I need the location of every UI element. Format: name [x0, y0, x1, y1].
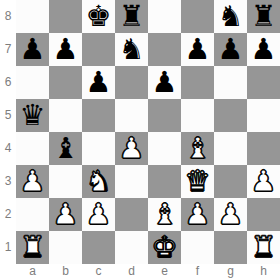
- square-b6[interactable]: [49, 66, 82, 99]
- square-b2[interactable]: ♟: [49, 198, 82, 231]
- square-d8[interactable]: ♜: [115, 0, 148, 33]
- square-a2[interactable]: [16, 198, 49, 231]
- square-d1[interactable]: [115, 231, 148, 264]
- black-rook-d8[interactable]: ♜: [115, 0, 148, 33]
- square-d7[interactable]: ♞: [115, 33, 148, 66]
- square-f7[interactable]: ♟: [181, 33, 214, 66]
- black-king-c8[interactable]: ♚: [82, 0, 115, 33]
- rank-label-8: 8: [0, 0, 16, 33]
- square-e5[interactable]: [148, 99, 181, 132]
- square-e4[interactable]: [148, 132, 181, 165]
- square-h3[interactable]: ♟: [247, 165, 280, 198]
- black-pawn-e6[interactable]: ♟: [148, 66, 181, 99]
- square-h1[interactable]: ♜: [247, 231, 280, 264]
- white-rook-a1[interactable]: ♜: [16, 231, 49, 264]
- black-pawn-a7[interactable]: ♟: [16, 33, 49, 66]
- rank-label-1: 1: [0, 231, 16, 264]
- square-e3[interactable]: [148, 165, 181, 198]
- square-g2[interactable]: ♟: [214, 198, 247, 231]
- square-g8[interactable]: ♞: [214, 0, 247, 33]
- white-pawn-f2[interactable]: ♟: [181, 198, 214, 231]
- square-a4[interactable]: [16, 132, 49, 165]
- rank-label-3: 3: [0, 165, 16, 198]
- black-pawn-g7[interactable]: ♟: [214, 33, 247, 66]
- file-label-e: e: [148, 264, 181, 280]
- file-labels: abcdefgh: [16, 264, 280, 280]
- square-h8[interactable]: ♜: [247, 0, 280, 33]
- square-d2[interactable]: [115, 198, 148, 231]
- black-rook-h8[interactable]: ♜: [247, 0, 280, 33]
- white-pawn-g2[interactable]: ♟: [214, 198, 247, 231]
- white-bishop-e2[interactable]: ♝: [148, 198, 181, 231]
- square-a5[interactable]: ♛: [16, 99, 49, 132]
- square-f4[interactable]: ♝: [181, 132, 214, 165]
- square-b4[interactable]: ♝: [49, 132, 82, 165]
- file-label-d: d: [115, 264, 148, 280]
- rank-label-6: 6: [0, 66, 16, 99]
- square-f5[interactable]: [181, 99, 214, 132]
- square-f3[interactable]: ♛: [181, 165, 214, 198]
- file-label-c: c: [82, 264, 115, 280]
- white-pawn-a3[interactable]: ♟: [16, 165, 49, 198]
- square-d6[interactable]: [115, 66, 148, 99]
- black-knight-d7[interactable]: ♞: [115, 33, 148, 66]
- white-pawn-d4[interactable]: ♟: [115, 132, 148, 165]
- white-bishop-f4[interactable]: ♝: [181, 132, 214, 165]
- square-e6[interactable]: ♟: [148, 66, 181, 99]
- square-g3[interactable]: [214, 165, 247, 198]
- square-b1[interactable]: [49, 231, 82, 264]
- square-c2[interactable]: ♟: [82, 198, 115, 231]
- square-h5[interactable]: [247, 99, 280, 132]
- square-d4[interactable]: ♟: [115, 132, 148, 165]
- rank-label-5: 5: [0, 99, 16, 132]
- file-label-g: g: [214, 264, 247, 280]
- black-pawn-c6[interactable]: ♟: [82, 66, 115, 99]
- square-c6[interactable]: ♟: [82, 66, 115, 99]
- square-c8[interactable]: ♚: [82, 0, 115, 33]
- square-h4[interactable]: [247, 132, 280, 165]
- square-b7[interactable]: ♟: [49, 33, 82, 66]
- chess-board: ♚♜♞♜♟♟♞♟♟♟♟♟♛♝♟♝♟♞♛♟♟♟♝♟♟♜♚♜: [16, 0, 280, 264]
- square-h7[interactable]: ♟: [247, 33, 280, 66]
- square-c4[interactable]: [82, 132, 115, 165]
- square-g1[interactable]: [214, 231, 247, 264]
- square-f8[interactable]: [181, 0, 214, 33]
- white-pawn-h3[interactable]: ♟: [247, 165, 280, 198]
- square-h2[interactable]: [247, 198, 280, 231]
- black-knight-g8[interactable]: ♞: [214, 0, 247, 33]
- file-label-f: f: [181, 264, 214, 280]
- square-a8[interactable]: [16, 0, 49, 33]
- square-g6[interactable]: [214, 66, 247, 99]
- chess-diagram: 87654321 ♚♜♞♜♟♟♞♟♟♟♟♟♛♝♟♝♟♞♛♟♟♟♝♟♟♜♚♜ ab…: [0, 0, 280, 280]
- file-label-h: h: [247, 264, 280, 280]
- square-f2[interactable]: ♟: [181, 198, 214, 231]
- square-f6[interactable]: [181, 66, 214, 99]
- rank-label-2: 2: [0, 198, 16, 231]
- file-label-a: a: [16, 264, 49, 280]
- square-c7[interactable]: [82, 33, 115, 66]
- square-e8[interactable]: [148, 0, 181, 33]
- square-g5[interactable]: [214, 99, 247, 132]
- black-pawn-b7[interactable]: ♟: [49, 33, 82, 66]
- black-pawn-f7[interactable]: ♟: [181, 33, 214, 66]
- white-king-e1[interactable]: ♚: [148, 231, 181, 264]
- square-d5[interactable]: [115, 99, 148, 132]
- square-e2[interactable]: ♝: [148, 198, 181, 231]
- rank-label-7: 7: [0, 33, 16, 66]
- square-h6[interactable]: [247, 66, 280, 99]
- square-b8[interactable]: [49, 0, 82, 33]
- square-e1[interactable]: ♚: [148, 231, 181, 264]
- white-pawn-b2[interactable]: ♟: [49, 198, 82, 231]
- square-b5[interactable]: [49, 99, 82, 132]
- black-pawn-h7[interactable]: ♟: [247, 33, 280, 66]
- square-a1[interactable]: ♜: [16, 231, 49, 264]
- square-b3[interactable]: [49, 165, 82, 198]
- rank-label-4: 4: [0, 132, 16, 165]
- black-queen-a5[interactable]: ♛: [16, 99, 49, 132]
- square-g4[interactable]: [214, 132, 247, 165]
- square-d3[interactable]: [115, 165, 148, 198]
- square-a6[interactable]: [16, 66, 49, 99]
- square-c1[interactable]: [82, 231, 115, 264]
- square-e7[interactable]: [148, 33, 181, 66]
- white-queen-f3[interactable]: ♛: [181, 165, 214, 198]
- square-f1[interactable]: [181, 231, 214, 264]
- white-knight-c3[interactable]: ♞: [82, 165, 115, 198]
- square-c3[interactable]: ♞: [82, 165, 115, 198]
- rank-labels: 87654321: [0, 0, 16, 264]
- square-c5[interactable]: [82, 99, 115, 132]
- black-bishop-b4[interactable]: ♝: [49, 132, 82, 165]
- square-a7[interactable]: ♟: [16, 33, 49, 66]
- white-rook-h1[interactable]: ♜: [247, 231, 280, 264]
- square-a3[interactable]: ♟: [16, 165, 49, 198]
- square-g7[interactable]: ♟: [214, 33, 247, 66]
- file-label-b: b: [49, 264, 82, 280]
- white-pawn-c2[interactable]: ♟: [82, 198, 115, 231]
